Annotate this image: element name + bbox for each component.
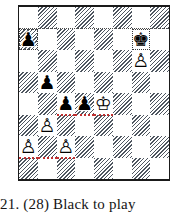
square-b2	[38, 136, 57, 158]
square-f8	[113, 7, 132, 29]
square-f4	[113, 93, 132, 115]
white-pawn: ♙	[57, 136, 74, 157]
square-c4: ♟	[57, 93, 76, 115]
square-e8	[94, 7, 113, 29]
square-c3	[57, 115, 76, 137]
chess-diagram: ♟♚♙♟♟♟♔♙♙♙	[18, 5, 170, 181]
white-pawn: ♙	[39, 115, 56, 136]
square-h5	[150, 72, 169, 94]
square-h4	[150, 93, 169, 115]
black-king: ♚	[132, 29, 149, 50]
square-d5	[75, 72, 94, 94]
square-a2: ♙	[19, 136, 38, 158]
square-h6	[150, 50, 169, 72]
square-a4	[19, 93, 38, 115]
square-a3	[19, 115, 38, 137]
square-d2	[75, 136, 94, 158]
square-h8	[150, 7, 169, 29]
square-d4: ♟	[75, 93, 94, 115]
square-e7	[94, 29, 113, 51]
square-f7	[113, 29, 132, 51]
square-c2: ♙	[57, 136, 76, 158]
square-g1	[132, 158, 151, 180]
white-pawn: ♙	[20, 136, 37, 157]
square-f5	[113, 72, 132, 94]
white-king: ♔	[95, 93, 112, 114]
square-h7	[150, 29, 169, 51]
square-b3: ♙	[38, 115, 57, 137]
square-g4	[132, 93, 151, 115]
black-pawn: ♟	[57, 93, 74, 114]
square-g6: ♙	[132, 50, 151, 72]
square-f6	[113, 50, 132, 72]
square-d3	[75, 115, 94, 137]
square-b6	[38, 50, 57, 72]
square-f3	[113, 115, 132, 137]
square-c1	[57, 158, 76, 180]
black-pawn: ♟	[39, 72, 56, 93]
square-e6	[94, 50, 113, 72]
black-pawn: ♟	[76, 93, 93, 114]
square-g5	[132, 72, 151, 94]
square-g3	[132, 115, 151, 137]
square-e2	[94, 136, 113, 158]
square-g2	[132, 136, 151, 158]
square-f1	[113, 158, 132, 180]
square-f2	[113, 136, 132, 158]
square-b5: ♟	[38, 72, 57, 94]
square-d6	[75, 50, 94, 72]
square-c6	[57, 50, 76, 72]
square-g8	[132, 7, 151, 29]
square-d8	[75, 7, 94, 29]
chess-board: ♟♚♙♟♟♟♔♙♙♙	[19, 7, 169, 179]
square-b8	[38, 7, 57, 29]
diagram-caption: 21. (28) Black to play	[0, 196, 136, 213]
square-d1	[75, 158, 94, 180]
white-pawn: ♙	[132, 50, 149, 71]
black-pawn: ♟	[20, 29, 37, 50]
square-a8	[19, 7, 38, 29]
square-e1	[94, 158, 113, 180]
square-b7	[38, 29, 57, 51]
square-d7	[75, 29, 94, 51]
square-c5	[57, 72, 76, 94]
square-b1	[38, 158, 57, 180]
square-a1	[19, 158, 38, 180]
square-h1	[150, 158, 169, 180]
square-e5	[94, 72, 113, 94]
square-a5	[19, 72, 38, 94]
square-h3	[150, 115, 169, 137]
square-e4: ♔	[94, 93, 113, 115]
square-e3	[94, 115, 113, 137]
square-h2	[150, 136, 169, 158]
square-g7: ♚	[132, 29, 151, 51]
square-a6	[19, 50, 38, 72]
square-c7	[57, 29, 76, 51]
square-b4	[38, 93, 57, 115]
square-a7: ♟	[19, 29, 38, 51]
square-c8	[57, 7, 76, 29]
